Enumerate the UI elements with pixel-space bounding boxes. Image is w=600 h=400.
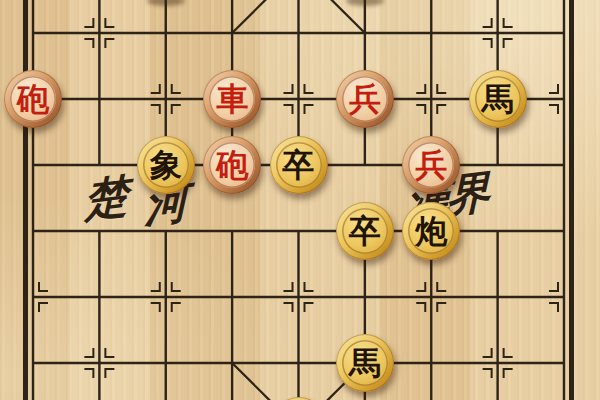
piece-black-soldier[interactable]: 卒 bbox=[336, 202, 394, 260]
piece-black-horse[interactable]: 馬 bbox=[336, 334, 394, 392]
piece-face: 炮 bbox=[408, 208, 454, 254]
piece-face: 馬 bbox=[342, 340, 388, 386]
piece-red-chariot[interactable]: 車 bbox=[203, 70, 261, 128]
piece-glyph: 兵 bbox=[349, 83, 381, 115]
piece-face: 卒 bbox=[276, 142, 322, 188]
piece-glyph: 卒 bbox=[349, 215, 381, 247]
piece-red-soldier[interactable]: 兵 bbox=[336, 70, 394, 128]
piece-red-cannon[interactable]: 砲 bbox=[203, 136, 261, 194]
piece-face: 兵 bbox=[408, 142, 454, 188]
piece-face: 馬 bbox=[475, 76, 521, 122]
river-char: 楚 bbox=[84, 173, 128, 223]
piece-face: 砲 bbox=[10, 76, 56, 122]
piece-glyph: 兵 bbox=[415, 149, 447, 181]
piece-red-soldier[interactable]: 兵 bbox=[402, 136, 460, 194]
piece-face: 砲 bbox=[209, 142, 255, 188]
piece-black-elephant[interactable]: 象 bbox=[137, 136, 195, 194]
piece-glyph: 卒 bbox=[283, 149, 315, 181]
piece-red-cannon[interactable]: 砲 bbox=[4, 70, 62, 128]
xiangqi-board[interactable]: 楚河漢界 砲車兵馬象砲卒兵卒炮馬 bbox=[0, 0, 600, 400]
piece-black-cannon[interactable]: 炮 bbox=[402, 202, 460, 260]
piece-glyph: 馬 bbox=[482, 83, 514, 115]
piece-glyph: 砲 bbox=[216, 149, 248, 181]
piece-face: 象 bbox=[143, 142, 189, 188]
piece-face: 卒 bbox=[342, 208, 388, 254]
piece-glyph: 砲 bbox=[17, 83, 49, 115]
piece-glyph: 象 bbox=[150, 149, 182, 181]
piece-glyph: 車 bbox=[216, 83, 248, 115]
piece-face: 兵 bbox=[342, 76, 388, 122]
piece-black-soldier[interactable]: 卒 bbox=[270, 136, 328, 194]
piece-glyph: 炮 bbox=[415, 215, 447, 247]
piece-black-horse[interactable]: 馬 bbox=[469, 70, 527, 128]
piece-glyph: 馬 bbox=[349, 347, 381, 379]
piece-face: 車 bbox=[209, 76, 255, 122]
